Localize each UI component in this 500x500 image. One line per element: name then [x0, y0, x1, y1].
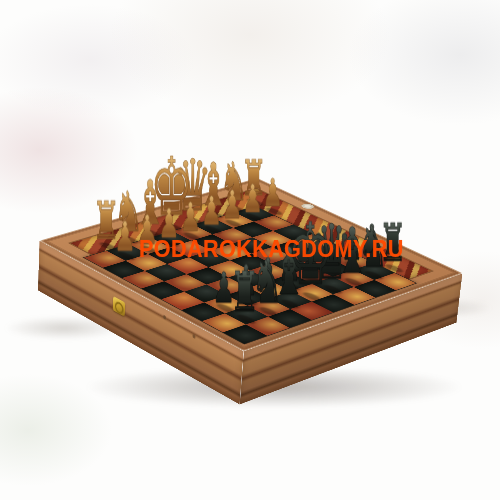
brass-clasp	[113, 296, 126, 317]
product-photo: ♜♟♟♜♞♟♟♞♝♟♟♝♛♟♟♛♚♟♟♚♝♟♟♝♞♟♟♞♜♟♟♜ PODAROK…	[0, 0, 500, 500]
chess-casket: ♜♟♟♜♞♟♟♞♝♟♟♝♛♟♟♛♚♟♟♚♝♟♟♝♞♟♟♞♜♟♟♜	[39, 178, 462, 351]
watermark-text: PODAROKKAGDOMY.RU	[139, 236, 404, 263]
square-h4	[142, 281, 185, 299]
